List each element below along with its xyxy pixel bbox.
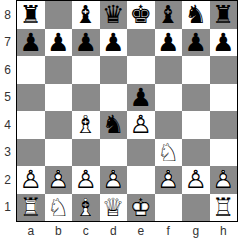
square-b4[interactable]	[45, 111, 73, 139]
black-pawn-glyph: ♟	[46, 29, 71, 56]
file-label-row: abcdefgh	[17, 222, 237, 240]
white-bishop-icon: ♝♗	[73, 111, 98, 138]
square-f4[interactable]	[155, 111, 183, 139]
square-b7[interactable]: ♟	[45, 29, 73, 57]
square-d4[interactable]: ♞	[100, 111, 128, 139]
file-label-f: f	[155, 222, 183, 240]
white-queen-icon: ♛♕	[101, 194, 126, 221]
black-pawn-glyph: ♟	[128, 84, 153, 111]
black-pawn-glyph: ♟	[18, 29, 43, 56]
white-pawn-outline-layer: ♙	[128, 111, 153, 138]
square-a2[interactable]: ♟♙	[17, 166, 45, 194]
square-g3[interactable]	[182, 139, 210, 167]
file-label-b: b	[45, 222, 73, 240]
black-pawn-glyph: ♟	[101, 29, 126, 56]
square-d8[interactable]: ♛	[100, 1, 128, 29]
square-e7[interactable]	[127, 29, 155, 57]
black-pawn-glyph: ♟	[183, 29, 208, 56]
black-queen-icon: ♛	[101, 1, 126, 28]
square-b3[interactable]	[45, 139, 73, 167]
rank-label-7: 7	[0, 29, 15, 57]
white-knight-outline-layer: ♘	[156, 139, 181, 166]
file-label-e: e	[127, 222, 155, 240]
black-pawn-icon: ♟	[183, 29, 208, 56]
square-f7[interactable]: ♟	[155, 29, 183, 57]
black-knight-glyph: ♞	[101, 111, 126, 138]
square-a8[interactable]: ♜	[17, 1, 45, 29]
black-rook-icon: ♜	[211, 1, 236, 28]
white-knight-icon: ♞♘	[156, 139, 181, 166]
white-pawn-icon: ♟♙	[46, 166, 71, 193]
white-pawn-icon: ♟♙	[18, 166, 43, 193]
white-pawn-icon: ♟♙	[101, 166, 126, 193]
white-pawn-outline-layer: ♙	[46, 166, 71, 193]
black-knight-icon: ♞	[183, 1, 208, 28]
black-rook-glyph: ♜	[18, 1, 43, 28]
square-b2[interactable]: ♟♙	[45, 166, 73, 194]
square-a1[interactable]: ♜♖	[17, 194, 45, 222]
black-pawn-icon: ♟	[211, 29, 236, 56]
rank-label-6: 6	[0, 56, 15, 84]
square-g6[interactable]	[182, 56, 210, 84]
rank-label-1: 1	[0, 194, 15, 222]
rank-label-5: 5	[0, 84, 15, 112]
black-pawn-icon: ♟	[18, 29, 43, 56]
square-d3[interactable]	[100, 139, 128, 167]
square-e8[interactable]: ♚	[127, 1, 155, 29]
square-g7[interactable]: ♟	[182, 29, 210, 57]
black-pawn-glyph: ♟	[211, 29, 236, 56]
rank-label-column: 87654321	[0, 1, 15, 221]
white-king-icon: ♚♔	[128, 194, 153, 221]
rank-label-4: 4	[0, 111, 15, 139]
square-g5[interactable]	[182, 84, 210, 112]
square-c1[interactable]: ♝♗	[72, 194, 100, 222]
square-h7[interactable]: ♟	[210, 29, 238, 57]
file-label-a: a	[17, 222, 45, 240]
square-c6[interactable]	[72, 56, 100, 84]
square-h1[interactable]: ♜♖	[210, 194, 238, 222]
square-e4[interactable]: ♟♙	[127, 111, 155, 139]
black-knight-icon: ♞	[101, 111, 126, 138]
square-f8[interactable]: ♝	[155, 1, 183, 29]
square-g2[interactable]: ♟♙	[182, 166, 210, 194]
black-pawn-glyph: ♟	[73, 29, 98, 56]
black-bishop-glyph: ♝	[73, 1, 98, 28]
white-queen-outline-layer: ♕	[101, 194, 126, 221]
square-d1[interactable]: ♛♕	[100, 194, 128, 222]
white-bishop-outline-layer: ♗	[73, 111, 98, 138]
black-bishop-icon: ♝	[156, 1, 181, 28]
square-f2[interactable]: ♟♙	[155, 166, 183, 194]
square-h8[interactable]: ♜	[210, 1, 238, 29]
black-pawn-icon: ♟	[46, 29, 71, 56]
square-d6[interactable]	[100, 56, 128, 84]
square-a5[interactable]	[17, 84, 45, 112]
square-c8[interactable]: ♝	[72, 1, 100, 29]
white-rook-icon: ♜♖	[18, 194, 43, 221]
rank-label-2: 2	[0, 166, 15, 194]
file-label-c: c	[72, 222, 100, 240]
square-a3[interactable]	[17, 139, 45, 167]
square-g4[interactable]	[182, 111, 210, 139]
white-pawn-outline-layer: ♙	[183, 166, 208, 193]
black-pawn-icon: ♟	[128, 84, 153, 111]
white-pawn-outline-layer: ♙	[101, 166, 126, 193]
square-f1[interactable]	[155, 194, 183, 222]
black-pawn-icon: ♟	[101, 29, 126, 56]
chess-board: ♜♝♛♚♝♞♜♟♟♟♟♟♟♟♟♝♗♞♟♙♞♘♟♙♟♙♟♙♟♙♟♙♟♙♟♙♜♖♞♘…	[16, 0, 238, 222]
square-b1[interactable]: ♞♘	[45, 194, 73, 222]
white-pawn-outline-layer: ♙	[211, 166, 236, 193]
black-bishop-glyph: ♝	[156, 1, 181, 28]
white-pawn-icon: ♟♙	[211, 166, 236, 193]
white-pawn-icon: ♟♙	[183, 166, 208, 193]
square-a4[interactable]	[17, 111, 45, 139]
white-rook-outline-layer: ♖	[211, 194, 236, 221]
square-c3[interactable]	[72, 139, 100, 167]
square-h6[interactable]	[210, 56, 238, 84]
square-d7[interactable]: ♟	[100, 29, 128, 57]
black-knight-glyph: ♞	[183, 1, 208, 28]
white-rook-outline-layer: ♖	[18, 194, 43, 221]
white-bishop-outline-layer: ♗	[73, 194, 98, 221]
square-e2[interactable]	[127, 166, 155, 194]
square-h3[interactable]	[210, 139, 238, 167]
white-bishop-icon: ♝♗	[73, 194, 98, 221]
black-pawn-glyph: ♟	[156, 29, 181, 56]
black-king-icon: ♚	[128, 1, 153, 28]
square-e1[interactable]: ♚♔	[127, 194, 155, 222]
square-c2[interactable]: ♟♙	[72, 166, 100, 194]
black-pawn-icon: ♟	[73, 29, 98, 56]
square-h2[interactable]: ♟♙	[210, 166, 238, 194]
square-g8[interactable]: ♞	[182, 1, 210, 29]
square-b5[interactable]	[45, 84, 73, 112]
rank-label-8: 8	[0, 1, 15, 29]
square-b8[interactable]	[45, 1, 73, 29]
white-pawn-outline-layer: ♙	[18, 166, 43, 193]
square-f3[interactable]: ♞♘	[155, 139, 183, 167]
square-b6[interactable]	[45, 56, 73, 84]
square-c7[interactable]: ♟	[72, 29, 100, 57]
black-rook-glyph: ♜	[211, 1, 236, 28]
square-d5[interactable]	[100, 84, 128, 112]
square-e3[interactable]	[127, 139, 155, 167]
square-e5[interactable]: ♟	[127, 84, 155, 112]
black-rook-icon: ♜	[18, 1, 43, 28]
black-bishop-icon: ♝	[73, 1, 98, 28]
black-queen-glyph: ♛	[101, 1, 126, 28]
square-f6[interactable]	[155, 56, 183, 84]
black-king-glyph: ♚	[128, 1, 153, 28]
square-h5[interactable]	[210, 84, 238, 112]
white-pawn-icon: ♟♙	[73, 166, 98, 193]
black-pawn-icon: ♟	[156, 29, 181, 56]
square-g1[interactable]	[182, 194, 210, 222]
square-d2[interactable]: ♟♙	[100, 166, 128, 194]
white-rook-icon: ♜♖	[211, 194, 236, 221]
white-king-outline-layer: ♔	[128, 194, 153, 221]
white-pawn-outline-layer: ♙	[156, 166, 181, 193]
square-c5[interactable]	[72, 84, 100, 112]
white-knight-icon: ♞♘	[46, 194, 71, 221]
file-label-d: d	[100, 222, 128, 240]
square-e6[interactable]	[127, 56, 155, 84]
file-label-g: g	[182, 222, 210, 240]
rank-label-3: 3	[0, 139, 15, 167]
square-c4[interactable]: ♝♗	[72, 111, 100, 139]
white-knight-outline-layer: ♘	[46, 194, 71, 221]
square-a6[interactable]	[17, 56, 45, 84]
white-pawn-icon: ♟♙	[128, 111, 153, 138]
chess-app-window: 87654321 ♜♝♛♚♝♞♜♟♟♟♟♟♟♟♟♝♗♞♟♙♞♘♟♙♟♙♟♙♟♙♟…	[0, 0, 240, 240]
square-h4[interactable]	[210, 111, 238, 139]
square-f5[interactable]	[155, 84, 183, 112]
white-pawn-outline-layer: ♙	[73, 166, 98, 193]
white-pawn-icon: ♟♙	[156, 166, 181, 193]
file-label-h: h	[210, 222, 238, 240]
square-a7[interactable]: ♟	[17, 29, 45, 57]
